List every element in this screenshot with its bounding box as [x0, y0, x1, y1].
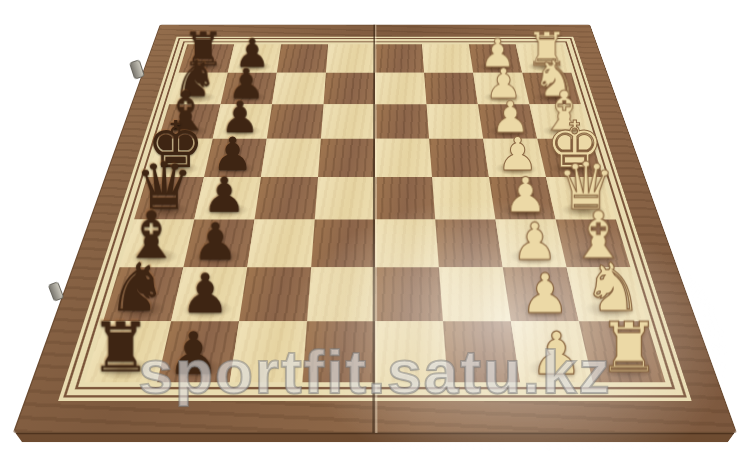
square-c4	[375, 220, 439, 268]
square-c5	[311, 220, 375, 268]
square-c6	[247, 220, 314, 268]
square-b3	[439, 267, 511, 321]
latch-clasp-icon	[48, 281, 65, 302]
square-b7: ♟	[171, 267, 247, 321]
black-pawn: ♟	[183, 216, 247, 268]
square-b2: ♟	[503, 267, 579, 321]
board-front-edge	[15, 433, 734, 442]
square-b6	[239, 267, 311, 321]
black-pawn: ♟	[171, 266, 239, 321]
square-c7: ♟	[183, 220, 254, 268]
white-pawn: ♟	[503, 216, 567, 268]
white-pawn: ♟	[511, 266, 579, 321]
square-b5	[307, 267, 375, 321]
square-b4	[375, 267, 443, 321]
watermark-text: sportfit.satu.kz	[139, 336, 612, 407]
square-c3	[435, 220, 502, 268]
square-c2: ♟	[495, 220, 566, 268]
latch-clasp-icon	[129, 59, 145, 80]
product-photo-scene: ♜♟♟♜♞♟♟♞♝♟♟♝♚♟♟♚♛♟♟♛♝♟♟♝♞♟♟♞♜♟♟♜ sportfi…	[0, 0, 750, 452]
